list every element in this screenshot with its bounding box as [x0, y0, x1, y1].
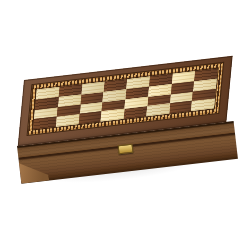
brass-latch — [118, 144, 134, 155]
chessboard-grid — [32, 68, 219, 131]
board-square-dark — [78, 112, 102, 125]
board-square-light — [146, 104, 170, 117]
board-square-dark — [33, 117, 57, 130]
photo-background — [0, 0, 240, 240]
case-bottom-bevel — [19, 158, 49, 184]
board-square-light — [101, 109, 125, 122]
board-square-dark — [169, 101, 193, 114]
marquetry-inlay-border — [27, 62, 225, 136]
